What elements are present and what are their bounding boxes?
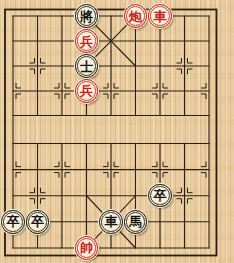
piece-glyph: 炮 bbox=[129, 9, 142, 22]
piece-black-horse[interactable]: 馬 bbox=[124, 210, 148, 234]
piece-glyph: 卒 bbox=[7, 215, 20, 228]
piece-glyph: 將 bbox=[80, 9, 93, 22]
piece-red-cannon[interactable]: 炮 bbox=[124, 4, 148, 28]
piece-layer: 將炮車兵士兵卒卒卒車馬帥 bbox=[1, 4, 222, 261]
piece-glyph: 兵 bbox=[80, 34, 93, 47]
piece-glyph: 車 bbox=[105, 215, 118, 228]
piece-black-soldier-1[interactable]: 卒 bbox=[148, 184, 172, 208]
piece-glyph: 卒 bbox=[154, 189, 167, 202]
piece-red-chariot[interactable]: 車 bbox=[148, 4, 172, 28]
piece-black-soldier-3[interactable]: 卒 bbox=[26, 210, 50, 234]
piece-glyph: 馬 bbox=[129, 215, 142, 228]
piece-glyph: 士 bbox=[80, 59, 93, 72]
piece-black-soldier-2[interactable]: 卒 bbox=[1, 210, 25, 234]
xiangqi-board: 將炮車兵士兵卒卒卒車馬帥 bbox=[0, 0, 234, 263]
piece-glyph: 兵 bbox=[80, 84, 93, 97]
piece-red-soldier-1[interactable]: 兵 bbox=[75, 29, 99, 53]
piece-black-advisor[interactable]: 士 bbox=[75, 54, 99, 78]
piece-black-chariot[interactable]: 車 bbox=[99, 210, 123, 234]
piece-glyph: 車 bbox=[154, 9, 167, 22]
piece-glyph: 帥 bbox=[80, 241, 93, 254]
piece-glyph: 卒 bbox=[31, 215, 44, 228]
piece-red-general[interactable]: 帥 bbox=[75, 236, 99, 260]
piece-red-soldier-2[interactable]: 兵 bbox=[75, 79, 99, 103]
piece-black-general[interactable]: 將 bbox=[75, 4, 99, 28]
